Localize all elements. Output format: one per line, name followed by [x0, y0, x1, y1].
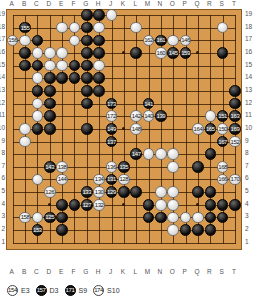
column-label: T	[228, 268, 240, 276]
white-stone-S7: 168	[217, 161, 229, 173]
white-stone-N5	[155, 186, 167, 198]
column-label: J	[105, 0, 117, 8]
black-stone-C10	[32, 123, 44, 135]
black-stone-J12: 173	[106, 98, 118, 110]
grid-line	[13, 154, 236, 155]
white-stone-F18	[69, 22, 81, 34]
column-label: C	[30, 268, 42, 276]
black-stone-K5	[118, 186, 130, 198]
black-stone-N11: 139	[155, 110, 167, 122]
column-label: K	[117, 0, 129, 8]
black-stone-G15	[81, 60, 93, 72]
grid-line	[13, 142, 236, 143]
black-stone-L8: 147	[130, 148, 142, 160]
black-stone-G18	[81, 22, 93, 34]
column-label: G	[80, 268, 92, 276]
black-stone-Q2	[192, 224, 204, 236]
white-stone-S6: 166	[217, 174, 229, 186]
black-stone-R10: 165	[205, 123, 217, 135]
caption-point: S10	[107, 287, 119, 294]
black-stone-G10	[81, 123, 93, 135]
white-stone-H4: 132	[93, 199, 105, 211]
white-stone-Q10: 164	[192, 123, 204, 135]
column-label: T	[228, 0, 240, 8]
black-stone-R4	[205, 199, 217, 211]
column-label: Q	[191, 0, 203, 8]
black-stone-T12	[229, 98, 241, 110]
black-stone-H13	[93, 85, 105, 97]
black-stone-H16	[93, 47, 105, 59]
row-label: 1	[0, 238, 5, 246]
white-stone-P17: 146	[180, 35, 192, 47]
caption-moves: 154E3157D3171S9174S10	[7, 283, 123, 297]
black-stone-F15	[69, 60, 81, 72]
black-stone-S4	[217, 199, 229, 211]
white-stone-O5	[167, 186, 179, 198]
white-stone-C16	[32, 47, 44, 59]
black-stone-B15	[19, 60, 31, 72]
white-stone-E16	[56, 47, 68, 59]
row-label: 7	[245, 162, 255, 170]
column-label: A	[6, 0, 18, 8]
row-label: 7	[0, 162, 5, 170]
row-label: 18	[0, 23, 5, 31]
row-label: 19	[0, 10, 5, 18]
row-label: 9	[245, 137, 255, 145]
black-stone-T11: 163	[229, 110, 241, 122]
black-stone-C17	[32, 35, 44, 47]
white-stone-B3: 158	[19, 212, 31, 224]
black-stone-R3	[205, 212, 217, 224]
caption-point: D3	[50, 287, 59, 294]
black-stone-D12	[44, 98, 56, 110]
row-label: 12	[0, 99, 5, 107]
white-stone-N16: 160	[155, 47, 167, 59]
black-stone-G5: 133	[81, 186, 93, 198]
black-stone-H19	[93, 9, 105, 21]
white-stone-L18	[130, 22, 142, 34]
black-stone-B18: 155	[19, 22, 31, 34]
white-stone-M11: 140	[143, 110, 155, 122]
black-stone-C13	[32, 85, 44, 97]
row-label: 11	[245, 111, 255, 119]
row-label: 14	[245, 73, 255, 81]
black-stone-D14	[44, 72, 56, 84]
white-stone-R11	[205, 110, 217, 122]
black-stone-G13	[81, 85, 93, 97]
column-label: M	[142, 0, 154, 8]
black-stone-F14	[69, 72, 81, 84]
caption-stone-154: 154	[7, 285, 18, 296]
row-label: 15	[0, 61, 5, 69]
white-stone-L11: 142	[130, 110, 142, 122]
black-stone-J5: 129	[106, 186, 118, 198]
column-label: C	[30, 0, 42, 8]
white-stone-C11	[32, 110, 44, 122]
white-stone-B10	[19, 123, 31, 135]
caption-stone-157: 157	[36, 285, 47, 296]
black-stone-G16	[81, 47, 93, 59]
white-stone-T6: 170	[229, 174, 241, 186]
white-stone-O3	[167, 212, 179, 224]
white-stone-H15	[93, 60, 105, 72]
white-stone-S10: 150	[217, 123, 229, 135]
row-label: 4	[245, 200, 255, 208]
black-stone-K7: 135	[118, 161, 130, 173]
column-label: H	[92, 268, 104, 276]
black-stone-S9: 167	[217, 136, 229, 148]
caption-point: S9	[79, 287, 88, 294]
column-label: A	[6, 268, 18, 276]
row-label: 5	[0, 187, 5, 195]
row-label: 8	[245, 149, 255, 157]
white-stone-S18	[217, 22, 229, 34]
hoshi-point	[122, 203, 125, 206]
column-label: F	[67, 0, 79, 8]
row-label: 14	[0, 73, 5, 81]
column-label: Q	[191, 268, 203, 276]
hoshi-point	[48, 203, 51, 206]
row-label: 11	[0, 111, 5, 119]
row-label: 8	[0, 149, 5, 157]
row-label: 13	[245, 86, 255, 94]
black-stone-R2	[205, 224, 217, 236]
white-stone-K6: 128	[118, 174, 130, 186]
row-label: 6	[245, 174, 255, 182]
black-stone-J10: 149	[106, 123, 118, 135]
row-label: 16	[245, 48, 255, 56]
column-label: N	[154, 0, 166, 8]
white-stone-O7	[167, 161, 179, 173]
black-stone-T10: 169	[229, 123, 241, 135]
caption-stone-174: 174	[93, 285, 104, 296]
row-label: 12	[245, 99, 255, 107]
black-stone-N3	[155, 212, 167, 224]
column-label: N	[154, 268, 166, 276]
white-stone-A17: 156	[7, 35, 19, 47]
row-label: 3	[245, 212, 255, 220]
black-stone-S16	[217, 47, 229, 59]
black-stone-O16: 145	[167, 47, 179, 59]
white-stone-E15	[56, 60, 68, 72]
row-label: 15	[245, 61, 255, 69]
column-label: B	[18, 268, 30, 276]
black-stone-R5	[205, 186, 217, 198]
column-label: M	[142, 268, 154, 276]
black-stone-D7: 143	[44, 161, 56, 173]
black-stone-G19	[81, 9, 93, 21]
caption-stone-171: 171	[65, 285, 76, 296]
column-label: B	[18, 0, 30, 8]
row-label: 4	[0, 200, 5, 208]
column-label: O	[166, 268, 178, 276]
white-stone-E7: 138	[56, 161, 68, 173]
white-stone-H6: 134	[93, 174, 105, 186]
black-stone-P2	[180, 224, 192, 236]
column-label: G	[80, 0, 92, 8]
caption-point: E3	[21, 287, 30, 294]
black-stone-R8	[205, 148, 217, 160]
row-label: 9	[0, 137, 5, 145]
row-label: 10	[245, 124, 255, 132]
black-stone-J9: 137	[106, 136, 118, 148]
column-label: F	[67, 268, 79, 276]
black-stone-Q5	[192, 186, 204, 198]
black-stone-L5	[130, 186, 142, 198]
column-label: E	[55, 0, 67, 8]
white-stone-O8	[167, 148, 179, 160]
white-stone-J19	[106, 9, 118, 21]
black-stone-S11: 151	[217, 110, 229, 122]
hoshi-point	[122, 127, 125, 130]
white-stone-J7: 136	[106, 161, 118, 173]
white-stone-T9: 152	[229, 136, 241, 148]
white-stone-B17	[19, 35, 31, 47]
black-stone-G4: 127	[81, 199, 93, 211]
row-label: 17	[245, 35, 255, 43]
black-stone-E3	[56, 212, 68, 224]
row-label: 3	[0, 212, 5, 220]
white-stone-E18	[56, 22, 68, 34]
row-label: 18	[245, 23, 255, 31]
white-stone-M17: 162	[143, 35, 155, 47]
white-stone-L10: 148	[130, 123, 142, 135]
white-stone-N8	[155, 148, 167, 160]
row-label: 19	[245, 10, 255, 18]
column-label: H	[92, 0, 104, 8]
column-label: P	[179, 268, 191, 276]
white-stone-H18	[93, 22, 105, 34]
row-label: 16	[0, 48, 5, 56]
row-label: 2	[0, 225, 5, 233]
black-stone-F4	[69, 199, 81, 211]
white-stone-N4	[155, 199, 167, 211]
white-stone-J11: 172	[106, 110, 118, 122]
grid-line	[13, 243, 236, 244]
black-stone-C2: 153	[32, 224, 44, 236]
white-stone-D15	[44, 60, 56, 72]
black-stone-D13	[44, 85, 56, 97]
column-label: R	[203, 268, 215, 276]
black-stone-M4	[143, 199, 155, 211]
black-stone-D11	[44, 110, 56, 122]
black-stone-D3: 125	[44, 212, 56, 224]
black-stone-S3	[217, 212, 229, 224]
black-stone-M12: 141	[143, 98, 155, 110]
row-label: 1	[245, 238, 255, 246]
column-label: S	[216, 268, 228, 276]
white-stone-O4	[167, 199, 179, 211]
column-label: S	[216, 0, 228, 8]
column-label: O	[166, 0, 178, 8]
black-stone-G17	[81, 35, 93, 47]
white-stone-Q3	[192, 212, 204, 224]
black-stone-P16: 159	[180, 47, 192, 59]
black-stone-M3	[143, 212, 155, 224]
white-stone-P3	[180, 212, 192, 224]
white-stone-C14	[32, 72, 44, 84]
white-stone-H5: 130	[93, 186, 105, 198]
black-stone-D10	[44, 123, 56, 135]
black-stone-J6: 131	[106, 174, 118, 186]
black-stone-Q7	[192, 161, 204, 173]
column-label: K	[117, 268, 129, 276]
column-label: L	[129, 268, 141, 276]
white-stone-B9	[19, 136, 31, 148]
white-stone-M8	[143, 148, 155, 160]
black-stone-E4	[56, 199, 68, 211]
white-stone-E6: 144	[56, 174, 68, 186]
white-stone-F17	[69, 35, 81, 47]
row-label: 5	[245, 187, 255, 195]
black-stone-G14	[81, 72, 93, 84]
row-label: 6	[0, 174, 5, 182]
row-label: 17	[0, 35, 5, 43]
go-board[interactable]: 1551561621611461601451591731411721421401…	[6, 9, 242, 250]
white-stone-C12	[32, 98, 44, 110]
black-stone-H17	[93, 35, 105, 47]
black-stone-N17: 161	[155, 35, 167, 47]
black-stone-H14	[93, 72, 105, 84]
white-stone-C3	[32, 212, 44, 224]
column-label: R	[203, 0, 215, 8]
column-label: J	[105, 268, 117, 276]
black-stone-L16	[130, 47, 142, 59]
white-stone-D16	[44, 47, 56, 59]
column-label: D	[43, 268, 55, 276]
row-label: 10	[0, 124, 5, 132]
row-label: 2	[245, 225, 255, 233]
white-stone-C6	[32, 174, 44, 186]
black-stone-T13	[229, 85, 241, 97]
black-stone-G12	[81, 98, 93, 110]
black-stone-C15	[32, 60, 44, 72]
row-label: 13	[0, 86, 5, 94]
go-game-diagram: 1551561621611461601451591731411721421401…	[0, 0, 279, 300]
white-stone-O17	[167, 35, 179, 47]
column-label: P	[179, 0, 191, 8]
black-stone-E2	[56, 224, 68, 236]
column-label: D	[43, 0, 55, 8]
column-label: E	[55, 268, 67, 276]
white-stone-D5: 126	[44, 186, 56, 198]
white-stone-O2	[167, 224, 179, 236]
column-label: L	[129, 0, 141, 8]
black-stone-T4	[229, 199, 241, 211]
black-stone-E14	[56, 72, 68, 84]
black-stone-B16	[19, 47, 31, 59]
